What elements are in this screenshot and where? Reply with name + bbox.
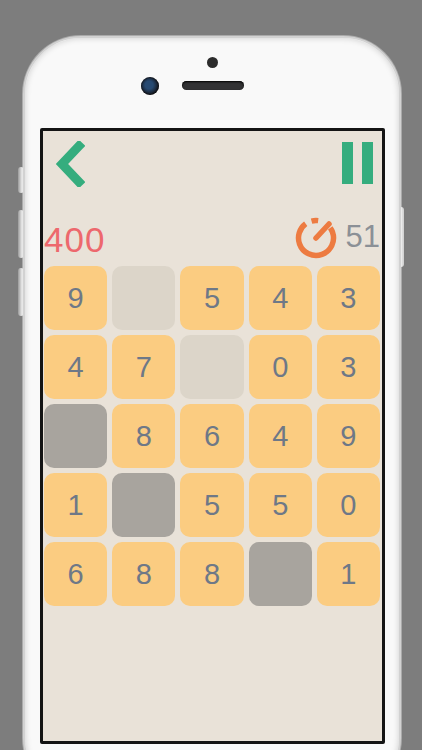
- score-value: 400: [44, 220, 105, 260]
- tile-r4c1-number[interactable]: 1: [44, 473, 107, 537]
- tile-r5c4-blocked: [249, 542, 312, 606]
- tile-r3c5-number[interactable]: 9: [317, 404, 380, 468]
- puzzle-grid: 95434703864915506881: [44, 266, 380, 606]
- tile-r1c5-number[interactable]: 3: [317, 266, 380, 330]
- page-background: 400 51 95434703864915506881: [0, 0, 422, 750]
- tile-r1c3-number[interactable]: 5: [180, 266, 243, 330]
- tile-r4c3-number[interactable]: 5: [180, 473, 243, 537]
- front-camera-icon: [141, 77, 159, 95]
- pause-icon: [342, 142, 353, 184]
- tile-r5c1-number[interactable]: 6: [44, 542, 107, 606]
- back-button[interactable]: [55, 141, 85, 187]
- tile-r5c5-number[interactable]: 1: [317, 542, 380, 606]
- tile-r2c2-number[interactable]: 7: [112, 335, 175, 399]
- timer-value: 51: [346, 219, 380, 255]
- tile-r1c2-empty: [112, 266, 175, 330]
- tile-r2c4-number[interactable]: 0: [249, 335, 312, 399]
- tile-r1c4-number[interactable]: 4: [249, 266, 312, 330]
- tile-r4c4-number[interactable]: 5: [249, 473, 312, 537]
- tile-r3c1-blocked: [44, 404, 107, 468]
- tile-r4c5-number[interactable]: 0: [317, 473, 380, 537]
- tile-r3c2-number[interactable]: 8: [112, 404, 175, 468]
- tile-r4c2-blocked: [112, 473, 175, 537]
- tile-r3c4-number[interactable]: 4: [249, 404, 312, 468]
- proximity-sensor-icon: [207, 57, 218, 68]
- app-screen: 400 51 95434703864915506881: [40, 128, 385, 744]
- earpiece-speaker: [182, 81, 244, 90]
- chevron-left-icon: [55, 141, 85, 187]
- pause-button[interactable]: [342, 142, 373, 184]
- tile-r2c3-empty: [180, 335, 243, 399]
- tile-r5c3-number[interactable]: 8: [180, 542, 243, 606]
- tile-r2c1-number[interactable]: 4: [44, 335, 107, 399]
- tile-r1c1-number[interactable]: 9: [44, 266, 107, 330]
- pause-icon: [362, 142, 373, 184]
- tile-r2c5-number[interactable]: 3: [317, 335, 380, 399]
- stopwatch-icon: [293, 213, 340, 261]
- timer: 51: [293, 213, 382, 261]
- tile-r5c2-number[interactable]: 8: [112, 542, 175, 606]
- tile-r3c3-number[interactable]: 6: [180, 404, 243, 468]
